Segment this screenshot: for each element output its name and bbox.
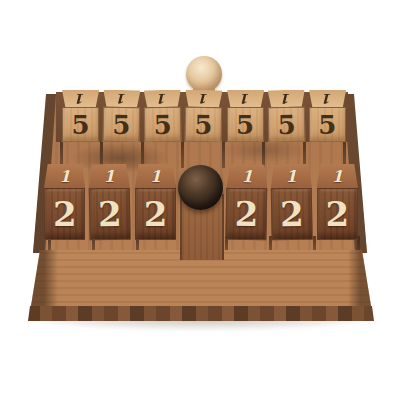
front-tile-5[interactable]: 1 2 bbox=[270, 164, 313, 241]
tile-front-number: 5 bbox=[309, 107, 346, 142]
tile-front-number: 5 bbox=[268, 107, 306, 143]
tile-top-number: 1 bbox=[267, 90, 304, 108]
tile-top-number: 1 bbox=[44, 164, 85, 188]
tile-front-number: 5 bbox=[227, 107, 264, 142]
tile-top-number: 1 bbox=[270, 164, 312, 189]
back-tile-3[interactable]: 1 5 bbox=[144, 90, 182, 143]
tile-front-number: 2 bbox=[271, 188, 313, 241]
tile-front-number: 5 bbox=[144, 107, 182, 143]
dark-wood-ball[interactable] bbox=[178, 165, 223, 210]
tile-front-number: 2 bbox=[44, 188, 85, 240]
front-tile-4[interactable]: 1 2 bbox=[225, 164, 268, 241]
tile-top-number: 1 bbox=[317, 164, 358, 188]
tile-top-number: 1 bbox=[103, 90, 140, 108]
front-tile-6[interactable]: 1 2 bbox=[317, 164, 358, 240]
tile-front-number: 2 bbox=[225, 188, 267, 241]
back-tile-5[interactable]: 1 5 bbox=[227, 90, 264, 142]
tile-top-number: 1 bbox=[62, 90, 99, 107]
front-tile-2[interactable]: 1 2 bbox=[89, 164, 132, 241]
tile-front-number: 5 bbox=[103, 107, 141, 143]
front-tile-1[interactable]: 1 2 bbox=[44, 164, 85, 240]
tile-front-number: 2 bbox=[135, 188, 176, 240]
front-tile-3[interactable]: 1 2 bbox=[135, 164, 176, 240]
tile-front-number: 5 bbox=[62, 107, 99, 142]
tile-top-number: 1 bbox=[227, 90, 264, 107]
tile-top-number: 1 bbox=[89, 164, 131, 189]
tile-top-number: 1 bbox=[226, 164, 268, 189]
back-tile-2[interactable]: 1 5 bbox=[103, 90, 141, 143]
light-wood-ball[interactable] bbox=[186, 56, 222, 92]
back-tile-1[interactable]: 1 5 bbox=[62, 90, 99, 142]
tile-top-number: 1 bbox=[186, 90, 223, 108]
tile-front-number: 5 bbox=[185, 107, 223, 143]
tile-top-number: 1 bbox=[309, 90, 346, 107]
back-tile-row: 1 5 1 5 1 5 1 5 1 5 1 5 1 5 bbox=[62, 90, 346, 142]
tile-top-number: 1 bbox=[144, 90, 181, 108]
back-tile-7[interactable]: 1 5 bbox=[309, 90, 346, 142]
tile-front-number: 2 bbox=[89, 188, 131, 241]
back-tile-6[interactable]: 1 5 bbox=[267, 90, 305, 143]
tile-front-number: 2 bbox=[317, 188, 358, 240]
tile-top-number: 1 bbox=[135, 164, 176, 188]
shut-the-box-board: 1 5 1 5 1 5 1 5 1 5 1 5 1 5 1 bbox=[0, 0, 400, 400]
back-tile-4[interactable]: 1 5 bbox=[185, 90, 223, 143]
